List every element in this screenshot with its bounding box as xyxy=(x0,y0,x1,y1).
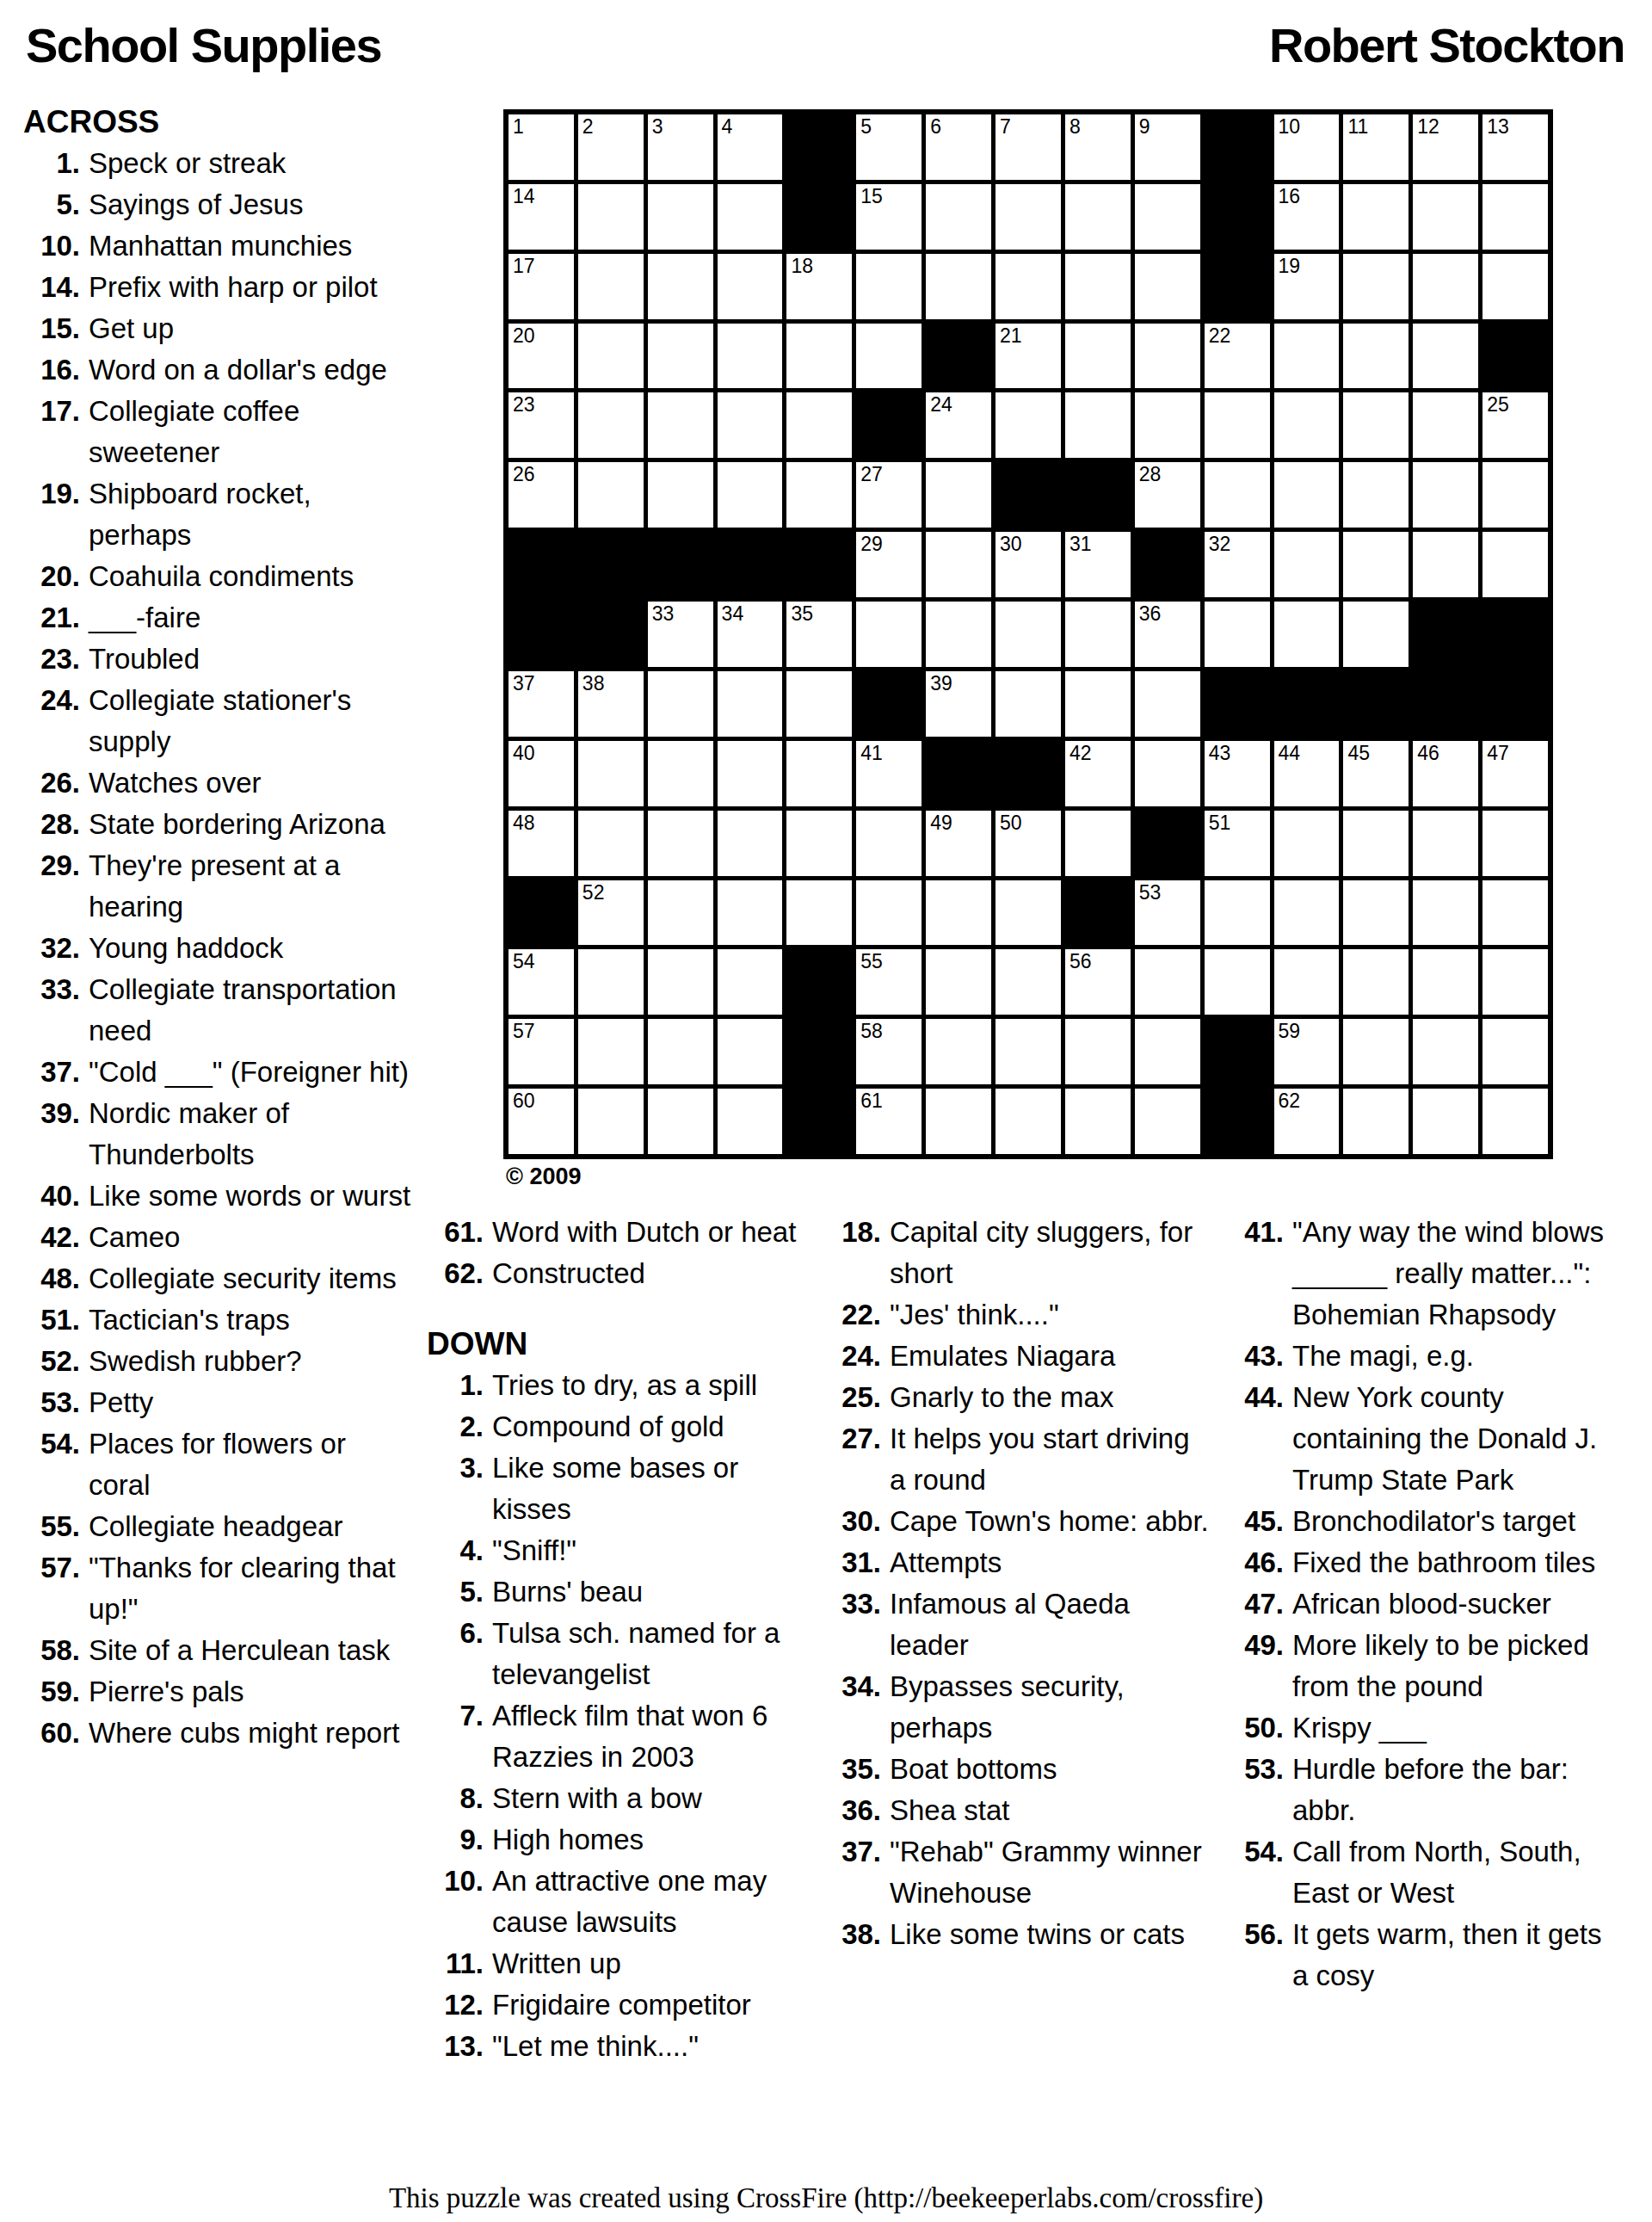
cell-r9c8[interactable] xyxy=(996,671,1061,737)
cell-r1c14[interactable]: 12 xyxy=(1413,114,1478,180)
clue-across-55[interactable]: 55.Collegiate headgear xyxy=(23,1506,412,1547)
cell-r11c8[interactable]: 50 xyxy=(996,811,1061,876)
cell-r15c7[interactable] xyxy=(926,1089,991,1154)
cell-r14c14[interactable] xyxy=(1413,1019,1478,1084)
clue-down-22[interactable]: 22."Jes' think...." xyxy=(824,1294,1213,1336)
clue-down-37[interactable]: 37."Rehab" Grammy winner Winehouse xyxy=(824,1831,1213,1914)
clue-down-33[interactable]: 33.Infamous al Qaeda leader xyxy=(824,1583,1213,1666)
cell-r9c2[interactable]: 38 xyxy=(578,671,644,737)
cell-r5c1[interactable]: 23 xyxy=(509,392,574,458)
cell-r6c13[interactable] xyxy=(1343,462,1409,528)
across-clue-column: ACROSS 1.Speck or streak5.Sayings of Jes… xyxy=(23,102,412,1754)
cell-r15c10[interactable] xyxy=(1135,1089,1200,1154)
clue-across-20[interactable]: 20.Coahuila condiments xyxy=(23,556,412,597)
cell-r3c3[interactable] xyxy=(648,254,713,319)
clue-across-39[interactable]: 39.Nordic maker of Thunderbolts xyxy=(23,1093,412,1176)
cell-r4c13[interactable] xyxy=(1343,324,1409,389)
cell-r9c4[interactable] xyxy=(718,671,783,737)
clue-across-29[interactable]: 29.They're present at a hearing xyxy=(23,845,412,928)
clue-down-25[interactable]: 25.Gnarly to the max xyxy=(824,1377,1213,1418)
clue-down-4[interactable]: 4."Sniff!" xyxy=(427,1530,816,1571)
cell-number: 62 xyxy=(1279,1089,1301,1112)
cell-r13c9[interactable]: 56 xyxy=(1065,949,1131,1015)
cell-r1c3[interactable]: 3 xyxy=(648,114,713,180)
cell-r1c6[interactable]: 5 xyxy=(856,114,922,180)
clue-across-21[interactable]: 21.___-faire xyxy=(23,597,412,639)
cell-number: 40 xyxy=(513,742,535,764)
clue-text: Gnarly to the max xyxy=(890,1377,1113,1418)
cell-r8c9[interactable] xyxy=(1065,602,1131,667)
clue-number: 5. xyxy=(23,184,80,225)
cell-r13c1[interactable]: 54 xyxy=(509,949,574,1015)
cell-r10c12[interactable]: 44 xyxy=(1274,741,1340,806)
cell-r3c7[interactable] xyxy=(926,254,991,319)
cell-r13c3[interactable] xyxy=(648,949,713,1015)
cell-r5c10[interactable] xyxy=(1135,392,1200,458)
cell-r4c10[interactable] xyxy=(1135,324,1200,389)
cell-r10c9[interactable]: 42 xyxy=(1065,741,1131,806)
clue-down-44[interactable]: 44.New York county containing the Donald… xyxy=(1227,1377,1616,1501)
cell-r12c7[interactable] xyxy=(926,880,991,946)
clue-down-5[interactable]: 5.Burns' beau xyxy=(427,1571,816,1613)
cell-r3c9[interactable] xyxy=(1065,254,1131,319)
clue-down-8[interactable]: 8.Stern with a bow xyxy=(427,1778,816,1819)
cell-r4c5[interactable] xyxy=(786,324,852,389)
cell-r3c12[interactable]: 19 xyxy=(1274,254,1340,319)
clue-down-45[interactable]: 45.Bronchodilator's target xyxy=(1227,1501,1616,1542)
cell-r6c5[interactable] xyxy=(786,462,852,528)
cell-r4c12[interactable] xyxy=(1274,324,1340,389)
cell-r11c9[interactable] xyxy=(1065,811,1131,876)
cell-r5c4[interactable] xyxy=(718,392,783,458)
cell-r8c13[interactable] xyxy=(1343,602,1409,667)
cell-r7c13[interactable] xyxy=(1343,532,1409,597)
clue-down-46[interactable]: 46.Fixed the bathroom tiles xyxy=(1227,1542,1616,1583)
clue-number: 11. xyxy=(427,1943,484,1984)
cell-r13c11[interactable] xyxy=(1205,949,1270,1015)
cell-r6c10[interactable]: 28 xyxy=(1135,462,1200,528)
clue-number: 18. xyxy=(824,1212,881,1253)
cell-r12c2[interactable]: 52 xyxy=(578,880,644,946)
clue-across-10[interactable]: 10.Manhattan munchies xyxy=(23,225,412,267)
cell-r4c3[interactable] xyxy=(648,324,713,389)
cell-r1c9[interactable]: 8 xyxy=(1065,114,1131,180)
cell-r12c12[interactable] xyxy=(1274,880,1340,946)
clue-across-15[interactable]: 15.Get up xyxy=(23,308,412,349)
clue-text: Bypasses security, perhaps xyxy=(890,1666,1213,1749)
cell-r11c14[interactable] xyxy=(1413,811,1478,876)
cell-r2c4[interactable] xyxy=(718,184,783,250)
cell-r7c12[interactable] xyxy=(1274,532,1340,597)
cell-r11c13[interactable] xyxy=(1343,811,1409,876)
clue-down-47[interactable]: 47.African blood-sucker xyxy=(1227,1583,1616,1625)
cell-number: 32 xyxy=(1209,533,1231,555)
cell-r6c6[interactable]: 27 xyxy=(856,462,922,528)
cell-r5c2[interactable] xyxy=(578,392,644,458)
clue-down-41[interactable]: 41."Any way the wind blows ______ really… xyxy=(1227,1212,1616,1336)
cell-r3c13[interactable] xyxy=(1343,254,1409,319)
cell-r4c8[interactable]: 21 xyxy=(996,324,1061,389)
clue-text: "Let me think...." xyxy=(492,2026,699,2067)
cell-r12c4[interactable] xyxy=(718,880,783,946)
clue-number: 3. xyxy=(427,1447,484,1489)
cell-r7c11[interactable]: 32 xyxy=(1205,532,1270,597)
clue-down-12[interactable]: 12.Frigidaire competitor xyxy=(427,1984,816,2026)
cell-r2c14[interactable] xyxy=(1413,184,1478,250)
cell-r9c5[interactable] xyxy=(786,671,852,737)
clue-number: 58. xyxy=(23,1630,80,1671)
cell-r1c13[interactable]: 11 xyxy=(1343,114,1409,180)
cell-r2c3[interactable] xyxy=(648,184,713,250)
cell-r6c15[interactable] xyxy=(1482,462,1548,528)
clue-down-27[interactable]: 27.It helps you start driving a round xyxy=(824,1418,1213,1501)
clue-column-3: 41."Any way the wind blows ______ really… xyxy=(1227,1212,1616,1997)
cell-r2c9[interactable] xyxy=(1065,184,1131,250)
clue-across-42[interactable]: 42.Cameo xyxy=(23,1217,412,1258)
clue-across-24[interactable]: 24.Collegiate stationer's supply xyxy=(23,680,412,762)
cell-r12c13[interactable] xyxy=(1343,880,1409,946)
cell-number: 52 xyxy=(583,881,605,904)
cell-r11c15[interactable] xyxy=(1482,811,1548,876)
cell-r8c10[interactable]: 36 xyxy=(1135,602,1200,667)
clue-number: 5. xyxy=(427,1571,484,1613)
cell-r2c2[interactable] xyxy=(578,184,644,250)
cell-r13c12[interactable] xyxy=(1274,949,1340,1015)
clue-across-28[interactable]: 28.State bordering Arizona xyxy=(23,804,412,845)
cell-r8c3[interactable]: 33 xyxy=(648,602,713,667)
cell-r3c8[interactable] xyxy=(996,254,1061,319)
cell-r6c2[interactable] xyxy=(578,462,644,528)
cell-r8c7[interactable] xyxy=(926,602,991,667)
cell-r7c14[interactable] xyxy=(1413,532,1478,597)
cell-r14c9[interactable] xyxy=(1065,1019,1131,1084)
cell-r11c12[interactable] xyxy=(1274,811,1340,876)
cell-r14c4[interactable] xyxy=(718,1019,783,1084)
cell-r2c6[interactable]: 15 xyxy=(856,184,922,250)
cell-r13c14[interactable] xyxy=(1413,949,1478,1015)
cell-r4c1[interactable]: 20 xyxy=(509,324,574,389)
clue-down-53[interactable]: 53.Hurdle before the bar: abbr. xyxy=(1227,1749,1616,1831)
cell-r4c6[interactable] xyxy=(856,324,922,389)
cell-r4c2[interactable] xyxy=(578,324,644,389)
cell-r9c7[interactable]: 39 xyxy=(926,671,991,737)
cell-r3c5[interactable]: 18 xyxy=(786,254,852,319)
cell-r5c13[interactable] xyxy=(1343,392,1409,458)
clue-down-43[interactable]: 43.The magi, e.g. xyxy=(1227,1336,1616,1377)
clue-down-3[interactable]: 3.Like some bases or kisses xyxy=(427,1447,816,1530)
clue-across-37[interactable]: 37."Cold ___" (Foreigner hit) xyxy=(23,1052,412,1093)
cell-r4c11[interactable]: 22 xyxy=(1205,324,1270,389)
cell-r2c7[interactable] xyxy=(926,184,991,250)
clue-text: African blood-sucker xyxy=(1292,1583,1551,1625)
clue-down-34[interactable]: 34.Bypasses security, perhaps xyxy=(824,1666,1213,1749)
cell-r7c15[interactable] xyxy=(1482,532,1548,597)
black-cell xyxy=(578,532,644,597)
cell-r12c10[interactable]: 53 xyxy=(1135,880,1200,946)
cell-r3c2[interactable] xyxy=(578,254,644,319)
clue-across-1[interactable]: 1.Speck or streak xyxy=(23,143,412,184)
cell-r14c2[interactable] xyxy=(578,1019,644,1084)
cell-r9c1[interactable]: 37 xyxy=(509,671,574,737)
cell-r1c8[interactable]: 7 xyxy=(996,114,1061,180)
cell-number: 30 xyxy=(1000,533,1022,555)
clue-across-53[interactable]: 53.Petty xyxy=(23,1382,412,1423)
cell-r3c4[interactable] xyxy=(718,254,783,319)
cell-r8c6[interactable] xyxy=(856,602,922,667)
cell-r9c10[interactable] xyxy=(1135,671,1200,737)
cell-r1c1[interactable]: 1 xyxy=(509,114,574,180)
cell-r6c14[interactable] xyxy=(1413,462,1478,528)
cell-r4c14[interactable] xyxy=(1413,324,1478,389)
cell-r14c13[interactable] xyxy=(1343,1019,1409,1084)
cell-r6c11[interactable] xyxy=(1205,462,1270,528)
clue-down-38[interactable]: 38.Like some twins or cats xyxy=(824,1914,1213,1955)
cell-r15c15[interactable] xyxy=(1482,1089,1548,1154)
cell-r10c15[interactable]: 47 xyxy=(1482,741,1548,806)
cell-r1c10[interactable]: 9 xyxy=(1135,114,1200,180)
cell-r15c1[interactable]: 60 xyxy=(509,1089,574,1154)
cell-r2c10[interactable] xyxy=(1135,184,1200,250)
cell-r15c8[interactable] xyxy=(996,1089,1061,1154)
cell-r11c3[interactable] xyxy=(648,811,713,876)
clue-down-54[interactable]: 54.Call from North, South, East or West xyxy=(1227,1831,1616,1914)
clue-down-50[interactable]: 50.Krispy ___ xyxy=(1227,1707,1616,1749)
cell-r3c15[interactable] xyxy=(1482,254,1548,319)
clue-across-5[interactable]: 5.Sayings of Jesus xyxy=(23,184,412,225)
clue-number: 37. xyxy=(824,1831,881,1873)
cell-r13c7[interactable] xyxy=(926,949,991,1015)
cell-r6c4[interactable] xyxy=(718,462,783,528)
clue-text: New York county containing the Donald J.… xyxy=(1292,1377,1616,1501)
cell-r15c14[interactable] xyxy=(1413,1089,1478,1154)
clue-across-57[interactable]: 57."Thanks for clearing that up!" xyxy=(23,1547,412,1630)
cell-r9c9[interactable] xyxy=(1065,671,1131,737)
cell-number: 18 xyxy=(791,255,813,277)
cell-r14c15[interactable] xyxy=(1482,1019,1548,1084)
cell-r11c2[interactable] xyxy=(578,811,644,876)
clue-down-49[interactable]: 49.More likely to be picked from the pou… xyxy=(1227,1625,1616,1707)
cell-r12c8[interactable] xyxy=(996,880,1061,946)
cell-number: 34 xyxy=(722,602,744,625)
cell-r13c8[interactable] xyxy=(996,949,1061,1015)
clue-across-19[interactable]: 19.Shipboard rocket, perhaps xyxy=(23,473,412,556)
cell-r6c12[interactable] xyxy=(1274,462,1340,528)
clue-number: 47. xyxy=(1227,1583,1284,1625)
clue-down-56[interactable]: 56.It gets warm, then it gets a cosy xyxy=(1227,1914,1616,1997)
cell-r10c13[interactable]: 45 xyxy=(1343,741,1409,806)
cell-r14c10[interactable] xyxy=(1135,1019,1200,1084)
cell-r11c6[interactable] xyxy=(856,811,922,876)
cell-r13c10[interactable] xyxy=(1135,949,1200,1015)
cell-r11c5[interactable] xyxy=(786,811,852,876)
cell-number: 8 xyxy=(1069,115,1081,138)
cell-r14c12[interactable]: 59 xyxy=(1274,1019,1340,1084)
clue-across-62[interactable]: 62.Constructed xyxy=(427,1253,816,1294)
cell-r8c5[interactable]: 35 xyxy=(786,602,852,667)
clue-across-48[interactable]: 48.Collegiate security items xyxy=(23,1258,412,1299)
cell-r3c6[interactable] xyxy=(856,254,922,319)
clue-across-40[interactable]: 40.Like some words or wurst xyxy=(23,1176,412,1217)
cell-r9c3[interactable] xyxy=(648,671,713,737)
clue-across-51[interactable]: 51.Tactician's traps xyxy=(23,1299,412,1341)
cell-r11c4[interactable] xyxy=(718,811,783,876)
cell-r14c8[interactable] xyxy=(996,1019,1061,1084)
cell-r5c8[interactable] xyxy=(996,392,1061,458)
cell-r7c9[interactable]: 31 xyxy=(1065,532,1131,597)
cell-r8c4[interactable]: 34 xyxy=(718,602,783,667)
cell-r6c1[interactable]: 26 xyxy=(509,462,574,528)
clue-down-24[interactable]: 24.Emulates Niagara xyxy=(824,1336,1213,1377)
cell-r10c10[interactable] xyxy=(1135,741,1200,806)
cell-r1c4[interactable]: 4 xyxy=(718,114,783,180)
cell-r11c1[interactable]: 48 xyxy=(509,811,574,876)
clue-text: Like some bases or kisses xyxy=(492,1447,816,1530)
cell-r13c6[interactable]: 55 xyxy=(856,949,922,1015)
down-clue-list-2: 18.Capital city sluggers, for short22."J… xyxy=(824,1212,1213,1955)
clue-number: 45. xyxy=(1227,1501,1284,1542)
clue-down-9[interactable]: 9.High homes xyxy=(427,1819,816,1861)
cell-r15c2[interactable] xyxy=(578,1089,644,1154)
clue-across-23[interactable]: 23.Troubled xyxy=(23,639,412,680)
clue-down-10[interactable]: 10.An attractive one may cause lawsuits xyxy=(427,1861,816,1943)
clue-across-16[interactable]: 16.Word on a dollar's edge xyxy=(23,349,412,391)
cell-r8c12[interactable] xyxy=(1274,602,1340,667)
cell-r15c13[interactable] xyxy=(1343,1089,1409,1154)
clue-down-13[interactable]: 13."Let me think...." xyxy=(427,2026,816,2067)
cell-r7c8[interactable]: 30 xyxy=(996,532,1061,597)
clue-across-54[interactable]: 54.Places for flowers or coral xyxy=(23,1423,412,1506)
cell-r8c11[interactable] xyxy=(1205,602,1270,667)
cell-r13c15[interactable] xyxy=(1482,949,1548,1015)
cell-number: 25 xyxy=(1487,393,1509,416)
clue-text: Emulates Niagara xyxy=(890,1336,1115,1377)
cell-r3c10[interactable] xyxy=(1135,254,1200,319)
clue-across-52[interactable]: 52.Swedish rubber? xyxy=(23,1341,412,1382)
cell-r1c12[interactable]: 10 xyxy=(1274,114,1340,180)
cell-r10c14[interactable]: 46 xyxy=(1413,741,1478,806)
cell-r5c5[interactable] xyxy=(786,392,852,458)
clue-across-58[interactable]: 58.Site of a Herculean task xyxy=(23,1630,412,1671)
cell-r10c3[interactable] xyxy=(648,741,713,806)
cell-r3c1[interactable]: 17 xyxy=(509,254,574,319)
clue-text: High homes xyxy=(492,1819,644,1861)
cell-r15c9[interactable] xyxy=(1065,1089,1131,1154)
cell-r10c6[interactable]: 41 xyxy=(856,741,922,806)
clue-down-7[interactable]: 7.Affleck film that won 6 Razzies in 200… xyxy=(427,1695,816,1778)
clue-down-6[interactable]: 6.Tulsa sch. named for a televangelist xyxy=(427,1613,816,1695)
clue-number: 27. xyxy=(824,1418,881,1460)
cell-r10c1[interactable]: 40 xyxy=(509,741,574,806)
cell-r14c1[interactable]: 57 xyxy=(509,1019,574,1084)
cell-r4c4[interactable] xyxy=(718,324,783,389)
cell-r5c3[interactable] xyxy=(648,392,713,458)
cell-r13c4[interactable] xyxy=(718,949,783,1015)
cell-r10c5[interactable] xyxy=(786,741,852,806)
cell-r5c7[interactable]: 24 xyxy=(926,392,991,458)
crossword-grid[interactable]: 1234567891011121314151617181920212223242… xyxy=(503,109,1553,1159)
cell-r12c14[interactable] xyxy=(1413,880,1478,946)
cell-r5c11[interactable] xyxy=(1205,392,1270,458)
cell-r7c6[interactable]: 29 xyxy=(856,532,922,597)
clue-down-11[interactable]: 11.Written up xyxy=(427,1943,816,1984)
cell-r14c7[interactable] xyxy=(926,1019,991,1084)
clue-number: 1. xyxy=(23,143,80,184)
cell-r2c1[interactable]: 14 xyxy=(509,184,574,250)
cell-r5c9[interactable] xyxy=(1065,392,1131,458)
clue-across-33[interactable]: 33.Collegiate transportation need xyxy=(23,969,412,1052)
clue-text: The magi, e.g. xyxy=(1292,1336,1474,1377)
cell-number: 33 xyxy=(652,602,675,625)
cell-r14c6[interactable]: 58 xyxy=(856,1019,922,1084)
cell-r6c3[interactable] xyxy=(648,462,713,528)
cell-r6c7[interactable] xyxy=(926,462,991,528)
clue-down-30[interactable]: 30.Cape Town's home: abbr. xyxy=(824,1501,1213,1542)
clue-across-26[interactable]: 26.Watches over xyxy=(23,762,412,804)
clue-down-31[interactable]: 31.Attempts xyxy=(824,1542,1213,1583)
clue-number: 30. xyxy=(824,1501,881,1542)
clue-down-1[interactable]: 1.Tries to dry, as a spill xyxy=(427,1365,816,1406)
cell-r11c7[interactable]: 49 xyxy=(926,811,991,876)
cell-r3c14[interactable] xyxy=(1413,254,1478,319)
cell-r2c8[interactable] xyxy=(996,184,1061,250)
cell-r7c7[interactable] xyxy=(926,532,991,597)
cell-r5c12[interactable] xyxy=(1274,392,1340,458)
cell-r2c15[interactable] xyxy=(1482,184,1548,250)
cell-r11c11[interactable]: 51 xyxy=(1205,811,1270,876)
cell-r12c3[interactable] xyxy=(648,880,713,946)
clue-across-17[interactable]: 17.Collegiate coffee sweetener xyxy=(23,391,412,473)
cell-r2c13[interactable] xyxy=(1343,184,1409,250)
cell-number: 1 xyxy=(513,115,524,138)
clue-across-32[interactable]: 32.Young haddock xyxy=(23,928,412,969)
cell-r5c15[interactable]: 25 xyxy=(1482,392,1548,458)
cell-r13c2[interactable] xyxy=(578,949,644,1015)
cell-r15c3[interactable] xyxy=(648,1089,713,1154)
clue-across-61[interactable]: 61.Word with Dutch or heat xyxy=(427,1212,816,1253)
cell-r2c12[interactable]: 16 xyxy=(1274,184,1340,250)
cell-number: 22 xyxy=(1209,324,1231,347)
cell-number: 51 xyxy=(1209,812,1231,834)
cell-r14c3[interactable] xyxy=(648,1019,713,1084)
clue-down-2[interactable]: 2.Compound of gold xyxy=(427,1406,816,1447)
cell-r15c12[interactable]: 62 xyxy=(1274,1089,1340,1154)
clue-down-36[interactable]: 36.Shea stat xyxy=(824,1790,1213,1831)
cell-r1c2[interactable]: 2 xyxy=(578,114,644,180)
clue-across-59[interactable]: 59.Pierre's pals xyxy=(23,1671,412,1713)
cell-r1c7[interactable]: 6 xyxy=(926,114,991,180)
cell-r10c2[interactable] xyxy=(578,741,644,806)
cell-r4c9[interactable] xyxy=(1065,324,1131,389)
clue-across-14[interactable]: 14.Prefix with harp or pilot xyxy=(23,267,412,308)
cell-r13c13[interactable] xyxy=(1343,949,1409,1015)
clue-down-18[interactable]: 18.Capital city sluggers, for short xyxy=(824,1212,1213,1294)
cell-number: 29 xyxy=(860,533,883,555)
cell-r15c6[interactable]: 61 xyxy=(856,1089,922,1154)
cell-r10c11[interactable]: 43 xyxy=(1205,741,1270,806)
cell-r12c11[interactable] xyxy=(1205,880,1270,946)
clue-across-60[interactable]: 60.Where cubs might report xyxy=(23,1713,412,1754)
cell-r12c6[interactable] xyxy=(856,880,922,946)
cell-r12c15[interactable] xyxy=(1482,880,1548,946)
clue-text: "Any way the wind blows ______ really ma… xyxy=(1292,1212,1616,1336)
cell-r1c15[interactable]: 13 xyxy=(1482,114,1548,180)
clue-down-35[interactable]: 35.Boat bottoms xyxy=(824,1749,1213,1790)
cell-r12c5[interactable] xyxy=(786,880,852,946)
cell-r10c4[interactable] xyxy=(718,741,783,806)
cell-r5c14[interactable] xyxy=(1413,392,1478,458)
cell-r15c4[interactable] xyxy=(718,1089,783,1154)
cell-r8c8[interactable] xyxy=(996,602,1061,667)
